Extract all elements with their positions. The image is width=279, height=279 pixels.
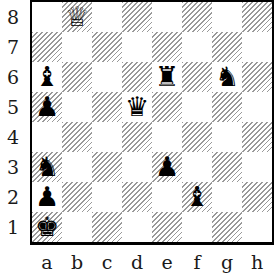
square-g4[interactable]	[212, 122, 242, 152]
square-b3[interactable]	[62, 152, 92, 182]
rank-label-6: 6	[0, 62, 26, 92]
square-d3[interactable]	[122, 152, 152, 182]
square-f8[interactable]	[182, 2, 212, 32]
square-a1[interactable]: ♚	[32, 212, 62, 242]
black-king-a1[interactable]: ♚	[35, 212, 59, 242]
square-b4[interactable]	[62, 122, 92, 152]
square-a7[interactable]	[32, 32, 62, 62]
square-f5[interactable]	[182, 92, 212, 122]
square-d7[interactable]	[122, 32, 152, 62]
square-h3[interactable]	[242, 152, 272, 182]
square-h7[interactable]	[242, 32, 272, 62]
black-knight-a3[interactable]: ♞	[35, 152, 59, 182]
square-a5[interactable]: ♟	[32, 92, 62, 122]
rank-label-7: 7	[0, 32, 26, 62]
square-e5[interactable]	[152, 92, 182, 122]
square-a3[interactable]: ♞	[32, 152, 62, 182]
rank-labels: 87654321	[0, 2, 26, 242]
file-label-a: a	[32, 248, 62, 276]
black-rook-e6[interactable]: ♜	[155, 62, 179, 92]
square-e3[interactable]: ♟	[152, 152, 182, 182]
black-queen-d5[interactable]: ♛	[125, 92, 149, 122]
square-e2[interactable]	[152, 182, 182, 212]
file-label-f: f	[182, 248, 212, 276]
square-c3[interactable]	[92, 152, 122, 182]
square-d4[interactable]	[122, 122, 152, 152]
square-e6[interactable]: ♜	[152, 62, 182, 92]
square-a2[interactable]: ♟	[32, 182, 62, 212]
square-h8[interactable]	[242, 2, 272, 32]
square-b6[interactable]	[62, 62, 92, 92]
white-queen-b8[interactable]: ♕	[65, 2, 89, 32]
square-a6[interactable]: ♝	[32, 62, 62, 92]
square-b5[interactable]	[62, 92, 92, 122]
square-b2[interactable]	[62, 182, 92, 212]
file-label-c: c	[92, 248, 122, 276]
square-e8[interactable]	[152, 2, 182, 32]
black-pawn-a5[interactable]: ♟	[35, 92, 59, 122]
file-label-h: h	[242, 248, 272, 276]
rank-label-8: 8	[0, 2, 26, 32]
square-h2[interactable]	[242, 182, 272, 212]
square-b1[interactable]	[62, 212, 92, 242]
board-frame: ♕♝♜♞♟♛♞♟♟♝♚	[30, 0, 274, 245]
square-c2[interactable]	[92, 182, 122, 212]
square-e4[interactable]	[152, 122, 182, 152]
rank-label-5: 5	[0, 92, 26, 122]
square-b8[interactable]: ♕	[62, 2, 92, 32]
square-a4[interactable]	[32, 122, 62, 152]
board-grid: ♕♝♜♞♟♛♞♟♟♝♚	[32, 2, 272, 242]
rank-label-4: 4	[0, 122, 26, 152]
square-d6[interactable]	[122, 62, 152, 92]
square-d5[interactable]: ♛	[122, 92, 152, 122]
black-bishop-a6[interactable]: ♝	[35, 62, 59, 92]
square-f6[interactable]	[182, 62, 212, 92]
square-g1[interactable]	[212, 212, 242, 242]
square-d2[interactable]	[122, 182, 152, 212]
file-label-b: b	[62, 248, 92, 276]
square-h1[interactable]	[242, 212, 272, 242]
square-g5[interactable]	[212, 92, 242, 122]
square-d8[interactable]	[122, 2, 152, 32]
square-f1[interactable]	[182, 212, 212, 242]
square-g2[interactable]	[212, 182, 242, 212]
square-g6[interactable]: ♞	[212, 62, 242, 92]
square-b7[interactable]	[62, 32, 92, 62]
square-h6[interactable]	[242, 62, 272, 92]
square-d1[interactable]	[122, 212, 152, 242]
black-pawn-e3[interactable]: ♟	[155, 152, 179, 182]
square-g3[interactable]	[212, 152, 242, 182]
square-e1[interactable]	[152, 212, 182, 242]
square-h5[interactable]	[242, 92, 272, 122]
square-f4[interactable]	[182, 122, 212, 152]
square-c6[interactable]	[92, 62, 122, 92]
square-e7[interactable]	[152, 32, 182, 62]
file-label-e: e	[152, 248, 182, 276]
square-c4[interactable]	[92, 122, 122, 152]
square-c8[interactable]	[92, 2, 122, 32]
square-c1[interactable]	[92, 212, 122, 242]
square-f2[interactable]: ♝	[182, 182, 212, 212]
black-bishop-f2[interactable]: ♝	[185, 182, 209, 212]
square-f7[interactable]	[182, 32, 212, 62]
chess-diagram: 87654321 ♕♝♜♞♟♛♞♟♟♝♚ abcdefgh	[0, 0, 279, 279]
rank-label-2: 2	[0, 182, 26, 212]
square-f3[interactable]	[182, 152, 212, 182]
rank-label-3: 3	[0, 152, 26, 182]
file-label-d: d	[122, 248, 152, 276]
rank-label-1: 1	[0, 212, 26, 242]
square-c7[interactable]	[92, 32, 122, 62]
file-label-g: g	[212, 248, 242, 276]
square-a8[interactable]	[32, 2, 62, 32]
black-pawn-a2[interactable]: ♟	[35, 182, 59, 212]
square-h4[interactable]	[242, 122, 272, 152]
square-g8[interactable]	[212, 2, 242, 32]
square-c5[interactable]	[92, 92, 122, 122]
black-knight-g6[interactable]: ♞	[215, 62, 239, 92]
file-labels: abcdefgh	[32, 248, 272, 276]
square-g7[interactable]	[212, 32, 242, 62]
